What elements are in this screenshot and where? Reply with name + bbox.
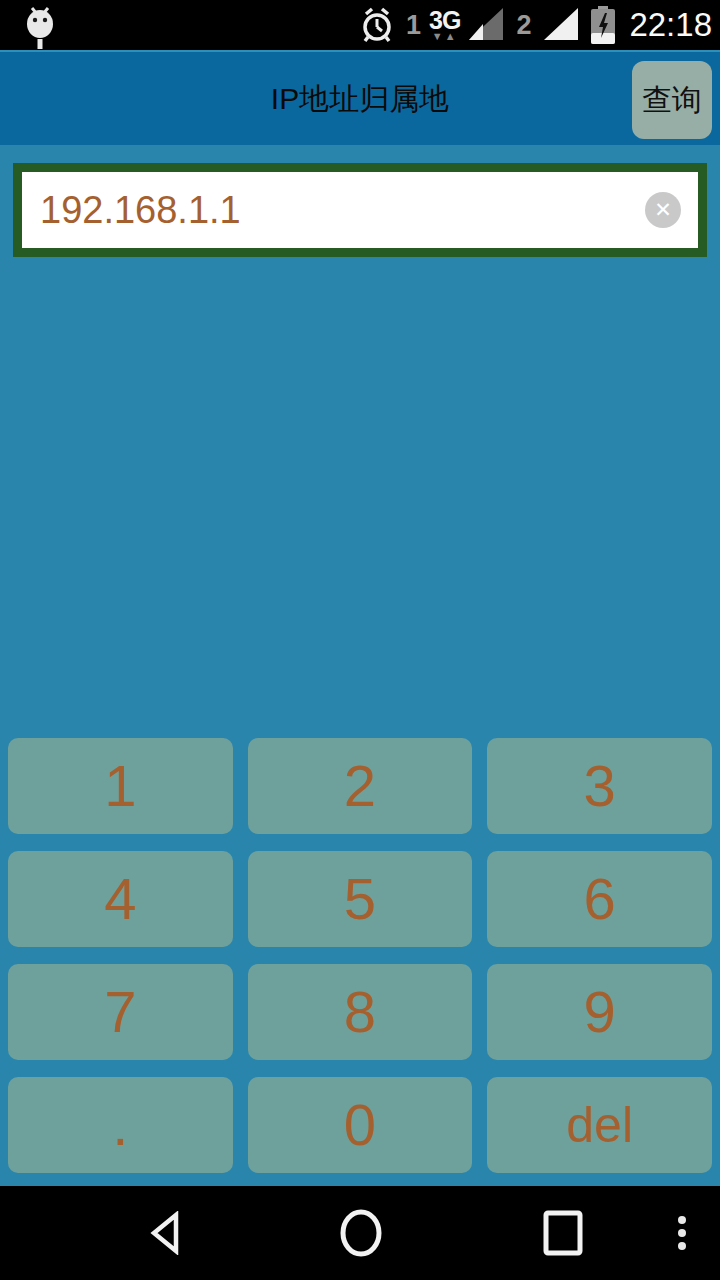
ip-address-input[interactable] [22,172,645,248]
signal-strength-icon-sim2 [542,8,580,42]
key-dot[interactable]: . [8,1077,233,1173]
recents-icon[interactable] [543,1210,583,1256]
data-arrows-icon: ▼▲ [432,31,458,42]
network-type-indicator: 3G ▼▲ [429,8,460,42]
key-1[interactable]: 1 [8,738,233,834]
menu-dot [678,1216,686,1224]
signal-strength-icon-sim1 [467,8,505,42]
menu-dot [678,1229,686,1237]
app-header: IP地址归属地 查询 [0,50,720,145]
back-icon[interactable] [146,1211,182,1255]
android-screen: 1 3G ▼▲ 2 [0,0,720,1280]
android-nav-bar [0,1186,720,1280]
home-icon[interactable] [339,1208,383,1258]
key-5[interactable]: 5 [248,851,473,947]
key-0[interactable]: 0 [248,1077,473,1173]
overflow-menu-icon[interactable] [678,1216,686,1250]
sim1-badge: 1 [406,10,421,41]
numeric-keypad: 1 2 3 4 5 6 7 8 9 . 0 del [8,738,712,1173]
key-4[interactable]: 4 [8,851,233,947]
alarm-icon [359,6,395,44]
key-2[interactable]: 2 [248,738,473,834]
clock-time: 22:18 [629,6,712,44]
key-del[interactable]: del [487,1077,712,1173]
ip-input-field: ✕ [13,163,707,257]
menu-dot [678,1242,686,1250]
key-3[interactable]: 3 [487,738,712,834]
page-title: IP地址归属地 [0,52,720,147]
query-button[interactable]: 查询 [632,61,712,139]
sim2-badge: 2 [516,10,531,41]
battery-charging-icon [590,5,616,45]
usb-debugging-icon [18,3,62,53]
key-8[interactable]: 8 [248,964,473,1060]
key-9[interactable]: 9 [487,964,712,1060]
key-6[interactable]: 6 [487,851,712,947]
status-bar: 1 3G ▼▲ 2 [0,0,720,50]
clear-input-icon[interactable]: ✕ [645,192,681,228]
key-7[interactable]: 7 [8,964,233,1060]
